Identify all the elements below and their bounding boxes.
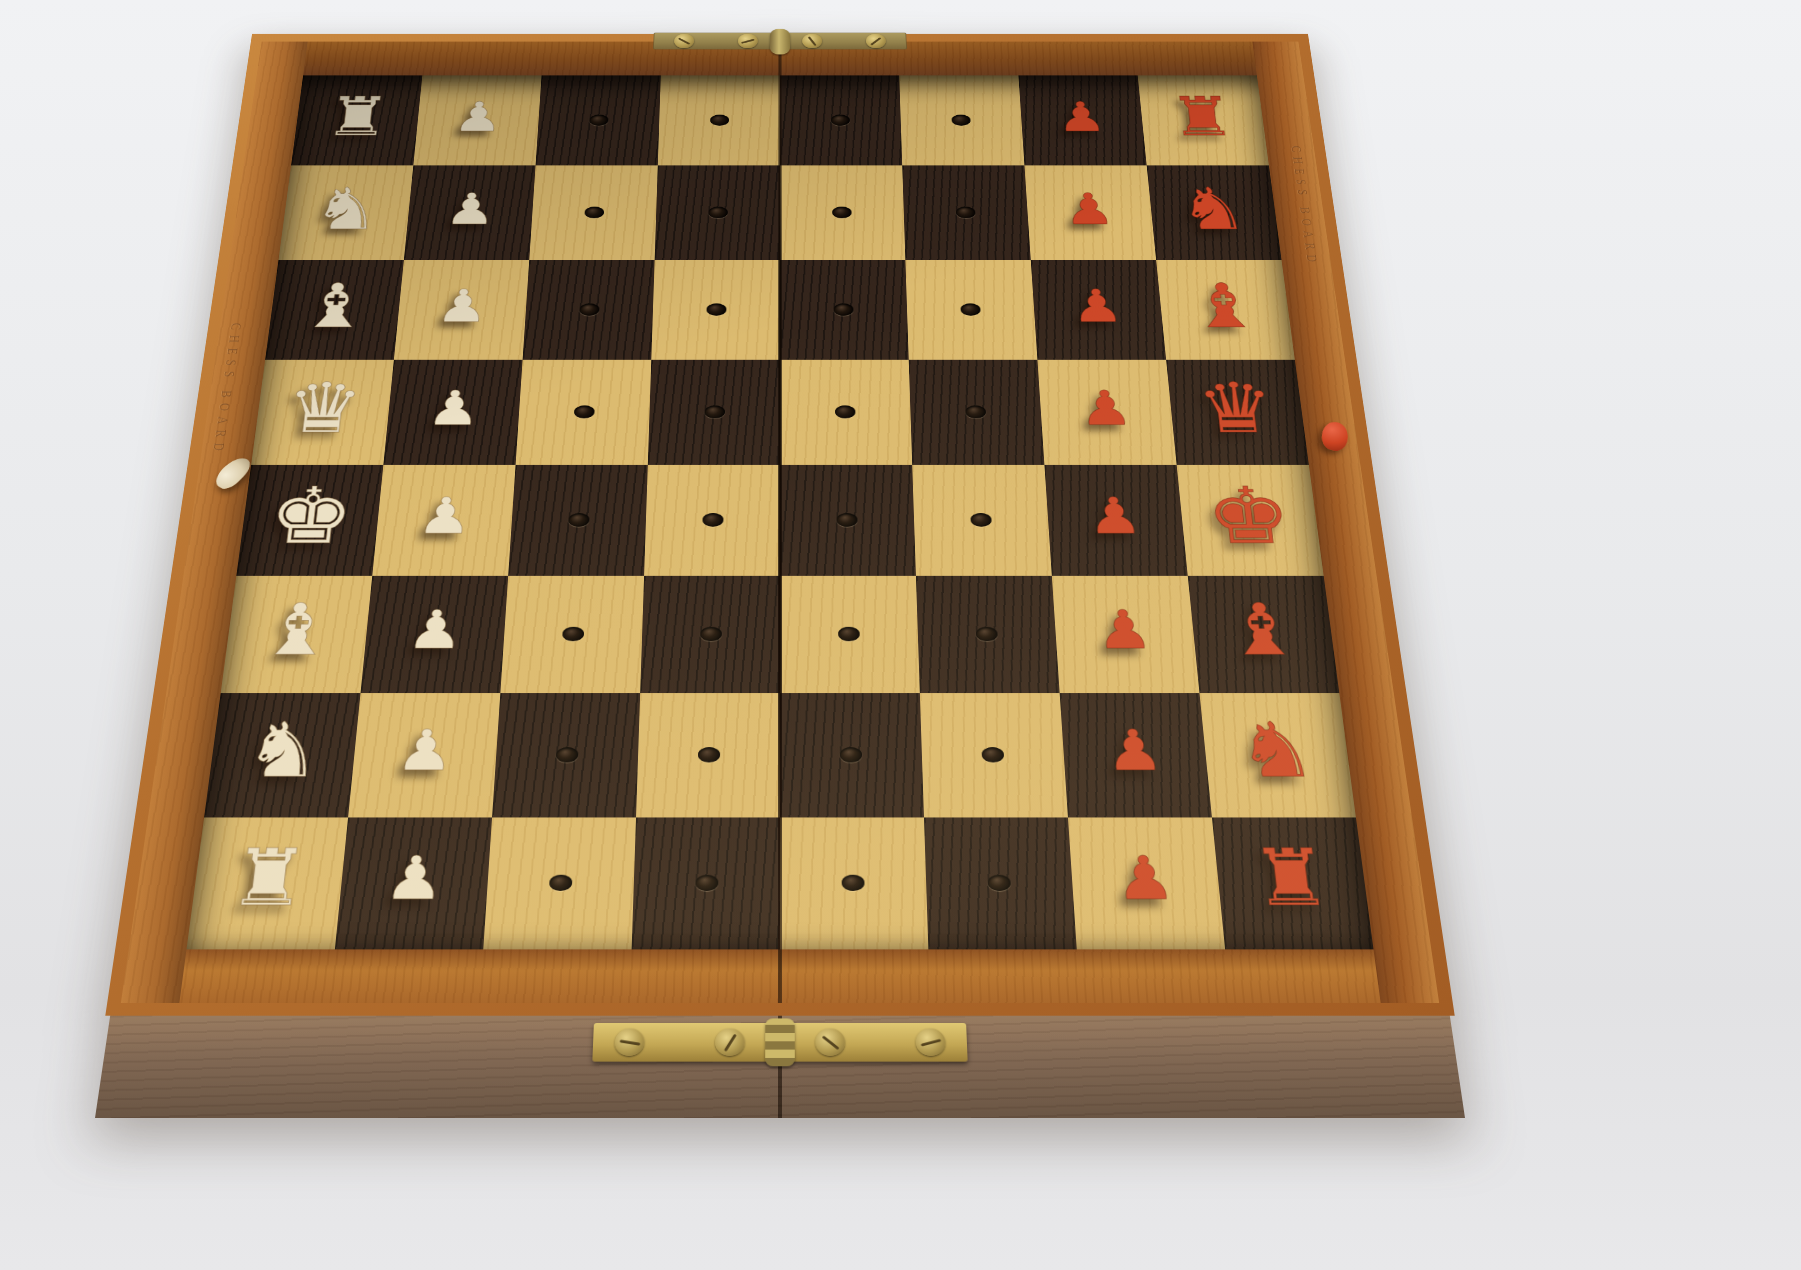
square-r4c3[interactable] bbox=[516, 360, 652, 465]
piece-white-pawn[interactable]: ♟ bbox=[394, 722, 456, 778]
square-r3c8[interactable]: ♝ bbox=[1156, 260, 1295, 360]
square-r5c8[interactable]: ♚ bbox=[1177, 465, 1324, 576]
peg-hole bbox=[579, 303, 599, 315]
piece-white-pawn[interactable]: ♟ bbox=[416, 491, 475, 541]
screw-icon bbox=[715, 1028, 745, 1056]
square-r6c2[interactable]: ♟ bbox=[361, 576, 509, 693]
piece-red-pawn[interactable]: ♟ bbox=[1113, 848, 1177, 908]
peg-hole bbox=[556, 747, 579, 762]
peg-hole bbox=[562, 626, 584, 640]
peg-hole bbox=[951, 114, 970, 125]
piece-white-rook[interactable]: ♜ bbox=[225, 839, 312, 918]
piece-red-knight[interactable]: ♞ bbox=[1176, 180, 1250, 238]
square-r4c1[interactable]: ♛ bbox=[251, 360, 394, 465]
peg-hole bbox=[574, 405, 595, 418]
piece-white-bishop[interactable]: ♝ bbox=[256, 594, 340, 665]
square-r5c5[interactable] bbox=[780, 465, 916, 576]
square-r7c3[interactable] bbox=[492, 693, 640, 817]
piece-red-pawn[interactable]: ♟ bbox=[1103, 722, 1165, 778]
peg-hole bbox=[835, 405, 856, 418]
piece-red-king[interactable]: ♚ bbox=[1203, 477, 1296, 555]
piece-red-pawn[interactable]: ♟ bbox=[1077, 384, 1134, 432]
peg-hole bbox=[838, 626, 860, 640]
screw-icon bbox=[802, 34, 822, 49]
peg-hole bbox=[706, 303, 726, 315]
chess-box-scene: ♜♟♟♜♞♟♟♞♝♟♟♝♛♟♟♛♚♟♟♚♝♟♟♝♞♟♟♞♜♟♟♜ CHESS B… bbox=[90, 34, 1470, 1118]
square-r7c8[interactable]: ♞ bbox=[1199, 693, 1355, 817]
peg-hole bbox=[840, 747, 862, 762]
square-r3c4[interactable] bbox=[651, 260, 780, 360]
square-r7c7[interactable]: ♟ bbox=[1060, 693, 1212, 817]
screw-icon bbox=[614, 1028, 644, 1056]
peg-hole bbox=[976, 626, 998, 640]
peg-hole bbox=[831, 114, 850, 125]
peg-hole bbox=[960, 303, 980, 315]
peg-hole bbox=[568, 513, 590, 527]
square-r2c6[interactable] bbox=[902, 165, 1031, 260]
piece-red-pawn[interactable]: ♟ bbox=[1094, 603, 1155, 656]
square-r4c4[interactable] bbox=[648, 360, 780, 465]
peg-hole bbox=[584, 206, 604, 218]
square-r7c2[interactable]: ♟ bbox=[348, 693, 500, 817]
square-r5c3[interactable] bbox=[508, 465, 648, 576]
square-r2c8[interactable]: ♞ bbox=[1147, 165, 1282, 260]
screw-icon bbox=[738, 34, 758, 49]
square-r1c7[interactable]: ♟ bbox=[1018, 75, 1146, 165]
top-brass-hinge bbox=[653, 33, 907, 50]
square-r8c7[interactable]: ♟ bbox=[1068, 817, 1225, 949]
piece-red-rook[interactable]: ♜ bbox=[1167, 90, 1238, 144]
piece-white-pawn[interactable]: ♟ bbox=[383, 848, 447, 908]
square-r1c2[interactable]: ♟ bbox=[413, 75, 541, 165]
piece-white-pawn[interactable]: ♟ bbox=[425, 384, 482, 432]
square-r3c1[interactable]: ♝ bbox=[265, 260, 404, 360]
square-r5c7[interactable]: ♟ bbox=[1044, 465, 1187, 576]
peg-hole bbox=[987, 874, 1011, 890]
screw-icon bbox=[815, 1028, 845, 1056]
peg-hole bbox=[981, 747, 1004, 762]
peg-hole bbox=[842, 874, 865, 890]
square-r1c6[interactable] bbox=[899, 75, 1024, 165]
piece-white-queen[interactable]: ♛ bbox=[281, 374, 367, 443]
hinge-barrel-icon bbox=[770, 29, 790, 55]
square-r2c7[interactable]: ♟ bbox=[1024, 165, 1156, 260]
square-r4c5[interactable] bbox=[780, 360, 912, 465]
square-r5c1[interactable]: ♚ bbox=[236, 465, 383, 576]
peg-hole bbox=[710, 114, 729, 125]
square-r7c1[interactable]: ♞ bbox=[204, 693, 360, 817]
square-r3c6[interactable] bbox=[905, 260, 1037, 360]
square-r2c1[interactable]: ♞ bbox=[278, 165, 413, 260]
piece-red-knight[interactable]: ♞ bbox=[1233, 713, 1319, 789]
piece-red-pawn[interactable]: ♟ bbox=[1086, 491, 1145, 541]
square-r7c4[interactable] bbox=[636, 693, 780, 817]
peg-hole bbox=[832, 206, 851, 218]
piece-white-pawn[interactable]: ♟ bbox=[444, 188, 498, 231]
piece-white-knight[interactable]: ♞ bbox=[240, 713, 326, 789]
peg-hole bbox=[956, 206, 976, 218]
box-front-edge bbox=[95, 1016, 1465, 1118]
screw-icon bbox=[866, 34, 886, 49]
square-r2c4[interactable] bbox=[655, 165, 780, 260]
piece-red-bishop[interactable]: ♝ bbox=[1221, 594, 1305, 665]
peg-hole bbox=[965, 405, 986, 418]
screw-icon bbox=[674, 34, 694, 49]
peg-hole bbox=[698, 747, 720, 762]
piece-white-pawn[interactable]: ♟ bbox=[452, 97, 505, 138]
peg-hole bbox=[700, 626, 722, 640]
square-r3c7[interactable]: ♟ bbox=[1031, 260, 1166, 360]
square-r6c5[interactable] bbox=[780, 576, 920, 693]
peg-hole bbox=[836, 513, 857, 527]
square-r4c6[interactable] bbox=[909, 360, 1045, 465]
square-r3c3[interactable] bbox=[523, 260, 655, 360]
square-r3c5[interactable] bbox=[780, 260, 909, 360]
square-r6c3[interactable] bbox=[500, 576, 644, 693]
square-r6c7[interactable]: ♟ bbox=[1052, 576, 1200, 693]
peg-hole bbox=[970, 513, 992, 527]
square-r2c5[interactable] bbox=[780, 165, 905, 260]
square-r4c8[interactable]: ♛ bbox=[1166, 360, 1309, 465]
square-r7c5[interactable] bbox=[780, 693, 924, 817]
piece-white-bishop[interactable]: ♝ bbox=[297, 276, 374, 337]
square-r3c2[interactable]: ♟ bbox=[394, 260, 529, 360]
square-r1c4[interactable] bbox=[658, 75, 780, 165]
bottom-brass-hinge bbox=[592, 1023, 967, 1062]
piece-white-pawn[interactable]: ♟ bbox=[435, 284, 490, 329]
hinge-knuckle-icon bbox=[765, 1018, 795, 1066]
piece-red-pawn[interactable]: ♟ bbox=[1062, 188, 1116, 231]
piece-red-queen[interactable]: ♛ bbox=[1194, 374, 1280, 443]
peg-hole bbox=[708, 206, 727, 218]
peg-hole bbox=[702, 513, 723, 527]
square-r1c3[interactable] bbox=[536, 75, 661, 165]
square-r6c6[interactable] bbox=[916, 576, 1060, 693]
square-r4c7[interactable]: ♟ bbox=[1037, 360, 1176, 465]
square-r8c6[interactable] bbox=[924, 817, 1077, 949]
photo-background: ♜♟♟♜♞♟♟♞♝♟♟♝♛♟♟♛♚♟♟♚♝♟♟♝♞♟♟♞♜♟♟♜ CHESS B… bbox=[0, 0, 1801, 1270]
square-r4c2[interactable]: ♟ bbox=[383, 360, 522, 465]
square-r6c8[interactable]: ♝ bbox=[1188, 576, 1340, 693]
piece-white-king[interactable]: ♚ bbox=[264, 477, 357, 555]
square-r8c2[interactable]: ♟ bbox=[335, 817, 492, 949]
square-r5c2[interactable]: ♟ bbox=[372, 465, 515, 576]
square-r5c6[interactable] bbox=[912, 465, 1052, 576]
peg-hole bbox=[589, 114, 608, 125]
piece-white-rook[interactable]: ♜ bbox=[322, 90, 393, 144]
square-r6c4[interactable] bbox=[640, 576, 780, 693]
square-r6c1[interactable]: ♝ bbox=[221, 576, 373, 693]
piece-red-pawn[interactable]: ♟ bbox=[1070, 284, 1125, 329]
square-r5c4[interactable] bbox=[644, 465, 780, 576]
screw-icon bbox=[915, 1028, 945, 1056]
square-r8c1[interactable]: ♜ bbox=[186, 817, 348, 949]
peg-hole bbox=[704, 405, 725, 418]
square-r7c6[interactable] bbox=[920, 693, 1068, 817]
square-r1c5[interactable] bbox=[780, 75, 902, 165]
piece-red-bishop[interactable]: ♝ bbox=[1186, 276, 1263, 337]
folding-chess-box: ♜♟♟♜♞♟♟♞♝♟♟♝♛♟♟♛♚♟♟♚♝♟♟♝♞♟♟♞♜♟♟♜ CHESS B… bbox=[105, 34, 1454, 1016]
square-r8c8[interactable]: ♜ bbox=[1212, 817, 1374, 949]
peg-hole bbox=[695, 874, 718, 890]
square-r2c2[interactable]: ♟ bbox=[404, 165, 536, 260]
square-r8c3[interactable] bbox=[483, 817, 636, 949]
piece-white-pawn[interactable]: ♟ bbox=[405, 603, 466, 656]
square-r2c3[interactable] bbox=[529, 165, 658, 260]
piece-white-knight[interactable]: ♞ bbox=[310, 180, 384, 238]
square-r8c4[interactable] bbox=[632, 817, 780, 949]
square-r8c5[interactable] bbox=[780, 817, 928, 949]
fold-seam bbox=[778, 42, 782, 1003]
piece-red-rook[interactable]: ♜ bbox=[1248, 839, 1335, 918]
peg-hole bbox=[834, 303, 854, 315]
peg-hole bbox=[549, 874, 573, 890]
piece-red-pawn[interactable]: ♟ bbox=[1055, 97, 1108, 138]
square-r1c8[interactable]: ♜ bbox=[1138, 75, 1269, 165]
square-r1c1[interactable]: ♜ bbox=[291, 75, 422, 165]
